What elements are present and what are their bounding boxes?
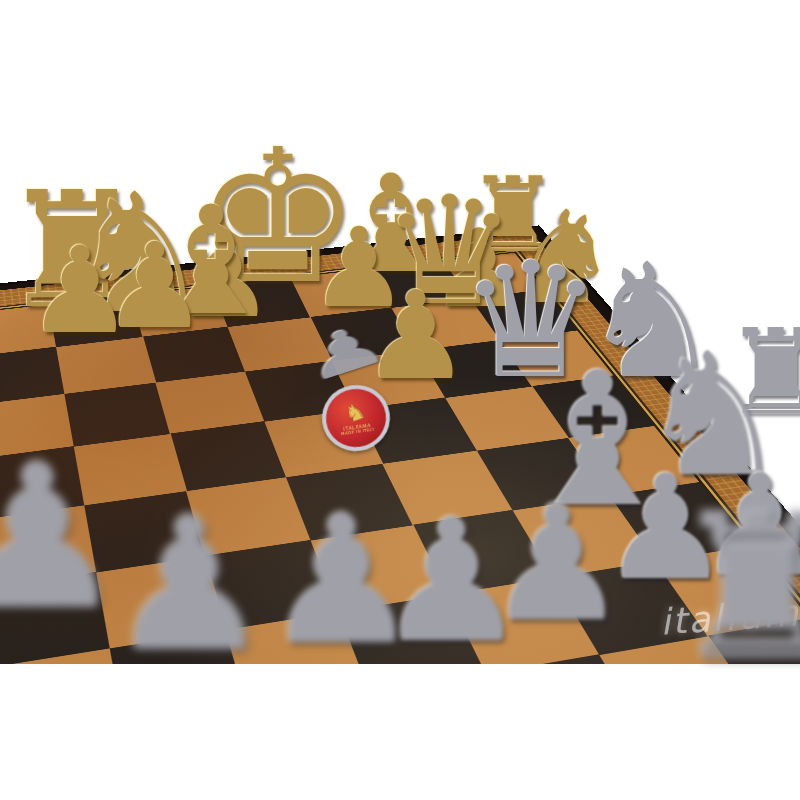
piece-silver-rook-h2: ♜ xyxy=(668,486,800,690)
brand-logo-knight-icon: ♞ xyxy=(342,399,368,426)
piece-brass-pawn-a7: ♟ xyxy=(26,230,134,352)
photo-frame: ♜♟♞♟♝♟♚♟♝♛♟♜♞♟♛♞♝♞♜♟♟♟♟♟♟♟♟♜ ♞ ITALFAMA … xyxy=(0,0,800,800)
piece-silver-pawn-b2: ♟ xyxy=(107,491,273,680)
piece-silver-pawn-c2: ♟ xyxy=(262,490,422,672)
